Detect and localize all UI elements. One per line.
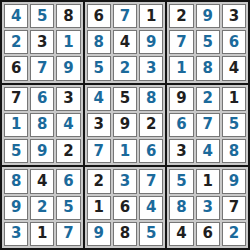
sudoku-box-6: 921675348 [167, 85, 248, 166]
cell-r9c7[interactable]: 4 [169, 222, 193, 246]
sudoku-box-1: 458231679 [2, 2, 83, 83]
cell-r7c3[interactable]: 6 [56, 169, 80, 193]
cell-r2c8[interactable]: 5 [196, 30, 220, 54]
cell-r7c8[interactable]: 1 [196, 169, 220, 193]
cell-r9c1[interactable]: 3 [4, 222, 28, 246]
cell-r2c9[interactable]: 6 [222, 30, 246, 54]
cell-r2c3[interactable]: 1 [56, 30, 80, 54]
cell-r3c2[interactable]: 7 [30, 56, 54, 80]
cell-r1c5[interactable]: 7 [113, 4, 137, 28]
cell-r4c5[interactable]: 5 [113, 87, 137, 111]
cell-r7c1[interactable]: 8 [4, 169, 28, 193]
cell-r1c8[interactable]: 9 [196, 4, 220, 28]
cell-r9c9[interactable]: 2 [222, 222, 246, 246]
cell-r1c6[interactable]: 1 [139, 4, 163, 28]
cell-r8c9[interactable]: 7 [222, 196, 246, 220]
cell-r5c5[interactable]: 9 [113, 113, 137, 137]
cell-r5c9[interactable]: 5 [222, 113, 246, 137]
sudoku-box-8: 237164985 [85, 167, 166, 248]
cell-r9c5[interactable]: 8 [113, 222, 137, 246]
cell-r4c4[interactable]: 4 [87, 87, 111, 111]
cell-r3c9[interactable]: 4 [222, 56, 246, 80]
cell-r5c8[interactable]: 7 [196, 113, 220, 137]
sudoku-box-7: 846925317 [2, 167, 83, 248]
cell-r7c4[interactable]: 2 [87, 169, 111, 193]
sudoku-box-9: 519837462 [167, 167, 248, 248]
sudoku-box-5: 458392716 [85, 85, 166, 166]
cell-r4c6[interactable]: 8 [139, 87, 163, 111]
cell-r8c3[interactable]: 5 [56, 196, 80, 220]
cell-r4c9[interactable]: 1 [222, 87, 246, 111]
cell-r3c8[interactable]: 8 [196, 56, 220, 80]
cell-r2c7[interactable]: 7 [169, 30, 193, 54]
cell-r7c2[interactable]: 4 [30, 169, 54, 193]
cell-r1c1[interactable]: 4 [4, 4, 28, 28]
cell-r9c4[interactable]: 9 [87, 222, 111, 246]
cell-r4c3[interactable]: 3 [56, 87, 80, 111]
cell-r6c1[interactable]: 5 [4, 139, 28, 163]
cell-r9c8[interactable]: 6 [196, 222, 220, 246]
cell-r5c3[interactable]: 4 [56, 113, 80, 137]
cell-r3c1[interactable]: 6 [4, 56, 28, 80]
cell-r4c8[interactable]: 2 [196, 87, 220, 111]
cell-r3c6[interactable]: 3 [139, 56, 163, 80]
cell-r5c4[interactable]: 3 [87, 113, 111, 137]
cell-r2c5[interactable]: 4 [113, 30, 137, 54]
cell-r2c1[interactable]: 2 [4, 30, 28, 54]
cell-r1c3[interactable]: 8 [56, 4, 80, 28]
cell-r3c5[interactable]: 2 [113, 56, 137, 80]
cell-r8c5[interactable]: 6 [113, 196, 137, 220]
cell-r6c2[interactable]: 9 [30, 139, 54, 163]
cell-r9c3[interactable]: 7 [56, 222, 80, 246]
cell-r8c4[interactable]: 1 [87, 196, 111, 220]
cell-r7c6[interactable]: 7 [139, 169, 163, 193]
cell-r8c2[interactable]: 2 [30, 196, 54, 220]
cell-r7c5[interactable]: 3 [113, 169, 137, 193]
cell-r5c7[interactable]: 6 [169, 113, 193, 137]
cell-r3c7[interactable]: 1 [169, 56, 193, 80]
sudoku-box-2: 671849523 [85, 2, 166, 83]
cell-r6c9[interactable]: 8 [222, 139, 246, 163]
cell-r9c2[interactable]: 1 [30, 222, 54, 246]
cell-r1c9[interactable]: 3 [222, 4, 246, 28]
cell-r1c7[interactable]: 2 [169, 4, 193, 28]
cell-r6c7[interactable]: 3 [169, 139, 193, 163]
sudoku-box-3: 293756184 [167, 2, 248, 83]
cell-r9c6[interactable]: 5 [139, 222, 163, 246]
cell-r8c1[interactable]: 9 [4, 196, 28, 220]
sudoku-board: 458231679 671849523 293756184 763184592 … [0, 0, 250, 250]
cell-r6c5[interactable]: 1 [113, 139, 137, 163]
cell-r2c4[interactable]: 8 [87, 30, 111, 54]
cell-r7c9[interactable]: 9 [222, 169, 246, 193]
cell-r6c3[interactable]: 2 [56, 139, 80, 163]
cell-r5c6[interactable]: 2 [139, 113, 163, 137]
cell-r8c8[interactable]: 3 [196, 196, 220, 220]
cell-r1c2[interactable]: 5 [30, 4, 54, 28]
cell-r6c6[interactable]: 6 [139, 139, 163, 163]
cell-r1c4[interactable]: 6 [87, 4, 111, 28]
cell-r6c4[interactable]: 7 [87, 139, 111, 163]
cell-r7c7[interactable]: 5 [169, 169, 193, 193]
cell-r4c7[interactable]: 9 [169, 87, 193, 111]
cell-r5c1[interactable]: 1 [4, 113, 28, 137]
cell-r3c4[interactable]: 5 [87, 56, 111, 80]
cell-r8c6[interactable]: 4 [139, 196, 163, 220]
cell-r4c2[interactable]: 6 [30, 87, 54, 111]
cell-r2c6[interactable]: 9 [139, 30, 163, 54]
cell-r3c3[interactable]: 9 [56, 56, 80, 80]
cell-r4c1[interactable]: 7 [4, 87, 28, 111]
cell-r5c2[interactable]: 8 [30, 113, 54, 137]
cell-r6c8[interactable]: 4 [196, 139, 220, 163]
sudoku-box-4: 763184592 [2, 85, 83, 166]
cell-r2c2[interactable]: 3 [30, 30, 54, 54]
cell-r8c7[interactable]: 8 [169, 196, 193, 220]
